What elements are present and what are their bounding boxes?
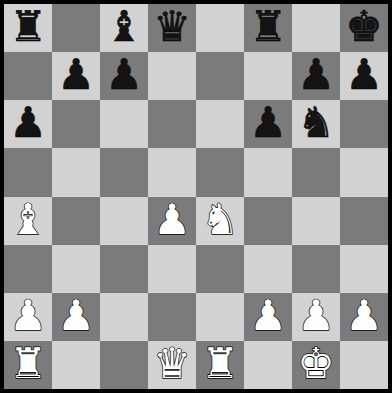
square-b7[interactable]: ♟: [52, 52, 100, 100]
square-a4[interactable]: ♝: [4, 197, 52, 245]
square-c8[interactable]: ♝: [100, 4, 148, 52]
square-f3[interactable]: [244, 245, 292, 293]
square-f6[interactable]: ♟: [244, 100, 292, 148]
black-king-icon: ♚: [345, 6, 383, 48]
square-d4[interactable]: ♟: [148, 197, 196, 245]
square-h7[interactable]: ♟: [340, 52, 388, 100]
black-pawn-icon: ♟: [57, 54, 95, 96]
square-d3[interactable]: [148, 245, 196, 293]
white-knight-icon: ♞: [201, 199, 239, 241]
square-b6[interactable]: [52, 100, 100, 148]
square-h5[interactable]: [340, 148, 388, 196]
square-e7[interactable]: [196, 52, 244, 100]
black-pawn-icon: ♟: [9, 102, 47, 144]
square-d5[interactable]: [148, 148, 196, 196]
square-e2[interactable]: [196, 293, 244, 341]
square-c3[interactable]: [100, 245, 148, 293]
square-a7[interactable]: [4, 52, 52, 100]
black-queen-icon: ♛: [153, 6, 191, 48]
square-c1[interactable]: [100, 341, 148, 389]
white-king-icon: ♚: [297, 343, 335, 385]
white-pawn-icon: ♟: [9, 295, 47, 337]
square-f5[interactable]: [244, 148, 292, 196]
square-f1[interactable]: [244, 341, 292, 389]
square-g3[interactable]: [292, 245, 340, 293]
square-g6[interactable]: ♞: [292, 100, 340, 148]
black-rook-icon: ♜: [9, 6, 47, 48]
square-b1[interactable]: [52, 341, 100, 389]
square-a3[interactable]: [4, 245, 52, 293]
square-b8[interactable]: [52, 4, 100, 52]
square-b3[interactable]: [52, 245, 100, 293]
square-e6[interactable]: [196, 100, 244, 148]
square-d6[interactable]: [148, 100, 196, 148]
square-c6[interactable]: [100, 100, 148, 148]
black-pawn-icon: ♟: [345, 54, 383, 96]
chess-board: ♜♝♛♜♚♟♟♟♟♟♟♞♝♟♞♟♟♟♟♟♜♛♜♚: [0, 0, 392, 393]
square-h1[interactable]: [340, 341, 388, 389]
square-b5[interactable]: [52, 148, 100, 196]
square-f4[interactable]: [244, 197, 292, 245]
square-d1[interactable]: ♛: [148, 341, 196, 389]
square-d8[interactable]: ♛: [148, 4, 196, 52]
square-d2[interactable]: [148, 293, 196, 341]
white-rook-icon: ♜: [201, 343, 239, 385]
black-pawn-icon: ♟: [297, 54, 335, 96]
square-c5[interactable]: [100, 148, 148, 196]
black-pawn-icon: ♟: [249, 102, 287, 144]
square-e1[interactable]: ♜: [196, 341, 244, 389]
square-a5[interactable]: [4, 148, 52, 196]
white-pawn-icon: ♟: [57, 295, 95, 337]
square-h4[interactable]: [340, 197, 388, 245]
square-a8[interactable]: ♜: [4, 4, 52, 52]
square-h3[interactable]: [340, 245, 388, 293]
white-pawn-icon: ♟: [153, 199, 191, 241]
white-pawn-icon: ♟: [297, 295, 335, 337]
square-a6[interactable]: ♟: [4, 100, 52, 148]
square-h8[interactable]: ♚: [340, 4, 388, 52]
square-f7[interactable]: [244, 52, 292, 100]
square-g2[interactable]: ♟: [292, 293, 340, 341]
square-h2[interactable]: ♟: [340, 293, 388, 341]
square-e4[interactable]: ♞: [196, 197, 244, 245]
square-c2[interactable]: [100, 293, 148, 341]
white-bishop-icon: ♝: [9, 199, 47, 241]
square-b2[interactable]: ♟: [52, 293, 100, 341]
square-e3[interactable]: [196, 245, 244, 293]
black-knight-icon: ♞: [297, 102, 335, 144]
black-pawn-icon: ♟: [105, 54, 143, 96]
square-f2[interactable]: ♟: [244, 293, 292, 341]
square-d7[interactable]: [148, 52, 196, 100]
square-h6[interactable]: [340, 100, 388, 148]
white-pawn-icon: ♟: [345, 295, 383, 337]
black-bishop-icon: ♝: [105, 6, 143, 48]
white-pawn-icon: ♟: [249, 295, 287, 337]
square-b4[interactable]: [52, 197, 100, 245]
square-g4[interactable]: [292, 197, 340, 245]
square-f8[interactable]: ♜: [244, 4, 292, 52]
black-rook-icon: ♜: [249, 6, 287, 48]
white-queen-icon: ♛: [153, 343, 191, 385]
square-e8[interactable]: [196, 4, 244, 52]
square-c4[interactable]: [100, 197, 148, 245]
square-a2[interactable]: ♟: [4, 293, 52, 341]
square-a1[interactable]: ♜: [4, 341, 52, 389]
square-e5[interactable]: [196, 148, 244, 196]
square-g1[interactable]: ♚: [292, 341, 340, 389]
square-g5[interactable]: [292, 148, 340, 196]
square-c7[interactable]: ♟: [100, 52, 148, 100]
square-g7[interactable]: ♟: [292, 52, 340, 100]
square-g8[interactable]: [292, 4, 340, 52]
white-rook-icon: ♜: [9, 343, 47, 385]
